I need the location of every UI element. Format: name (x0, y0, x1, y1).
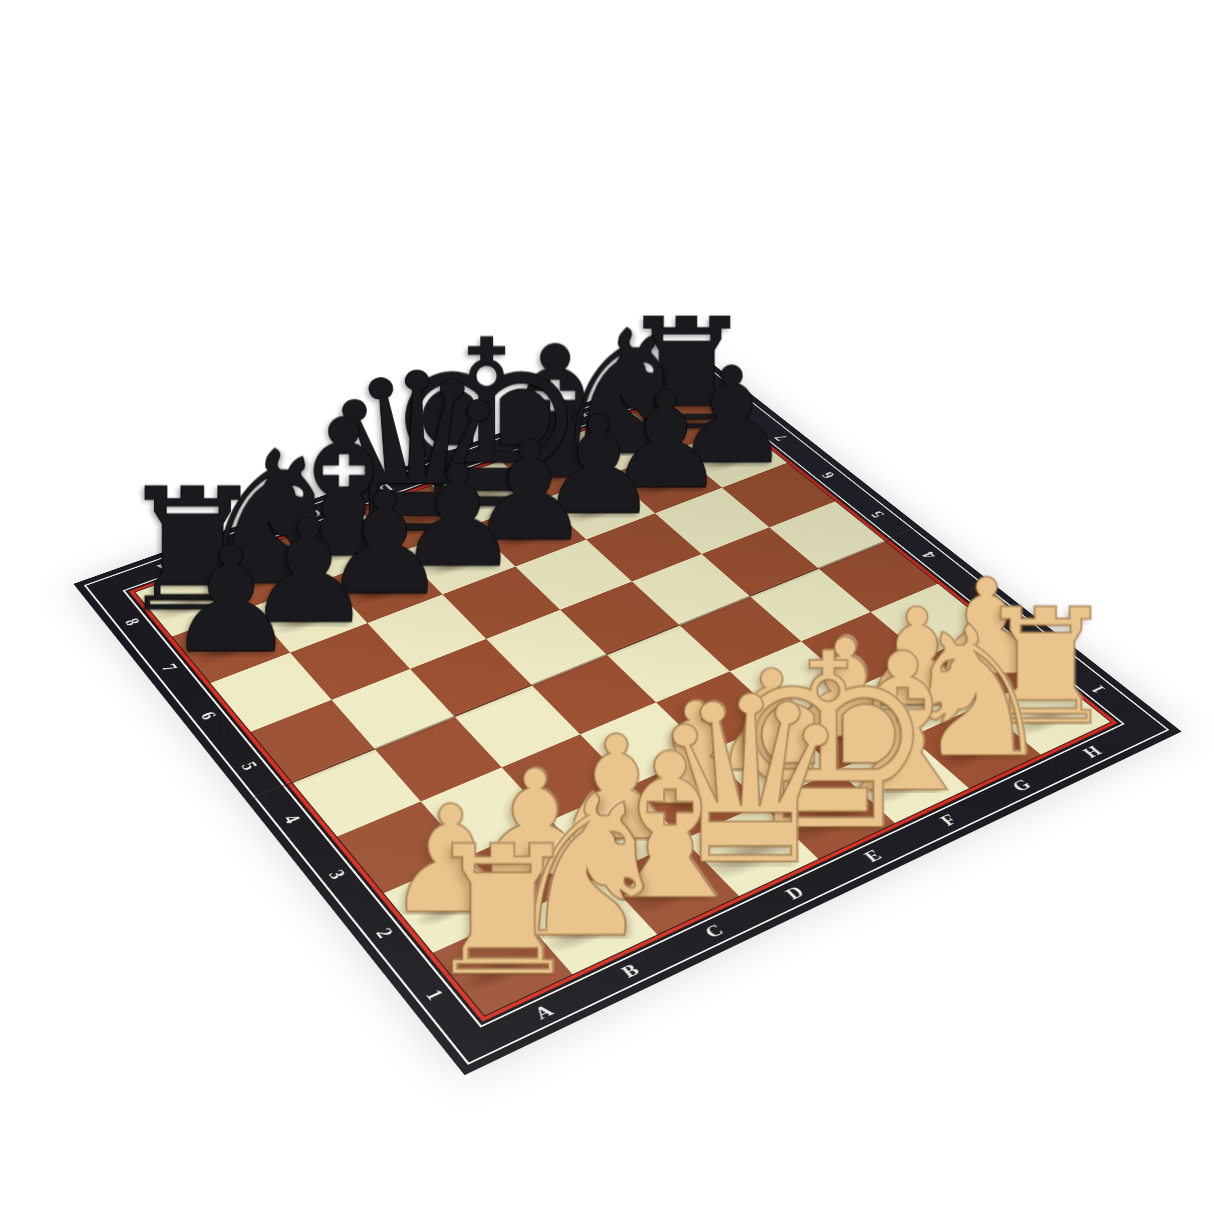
piece-white-rook-a1[interactable]: ♜ (420, 820, 585, 963)
white-rook-glyph: ♜ (422, 822, 583, 1001)
product-photo: AA11BB22CC33DD44EE55FF66GG77HH88 ♜♞♝♛♚♝♞… (0, 0, 1214, 1214)
chess-board: AA11BB22CC33DD44EE55FF66GG77HH88 ♜♞♝♛♚♝♞… (73, 360, 1181, 1076)
perspective-scene: AA11BB22CC33DD44EE55FF66GG77HH88 ♜♞♝♛♚♝♞… (0, 0, 1214, 1214)
